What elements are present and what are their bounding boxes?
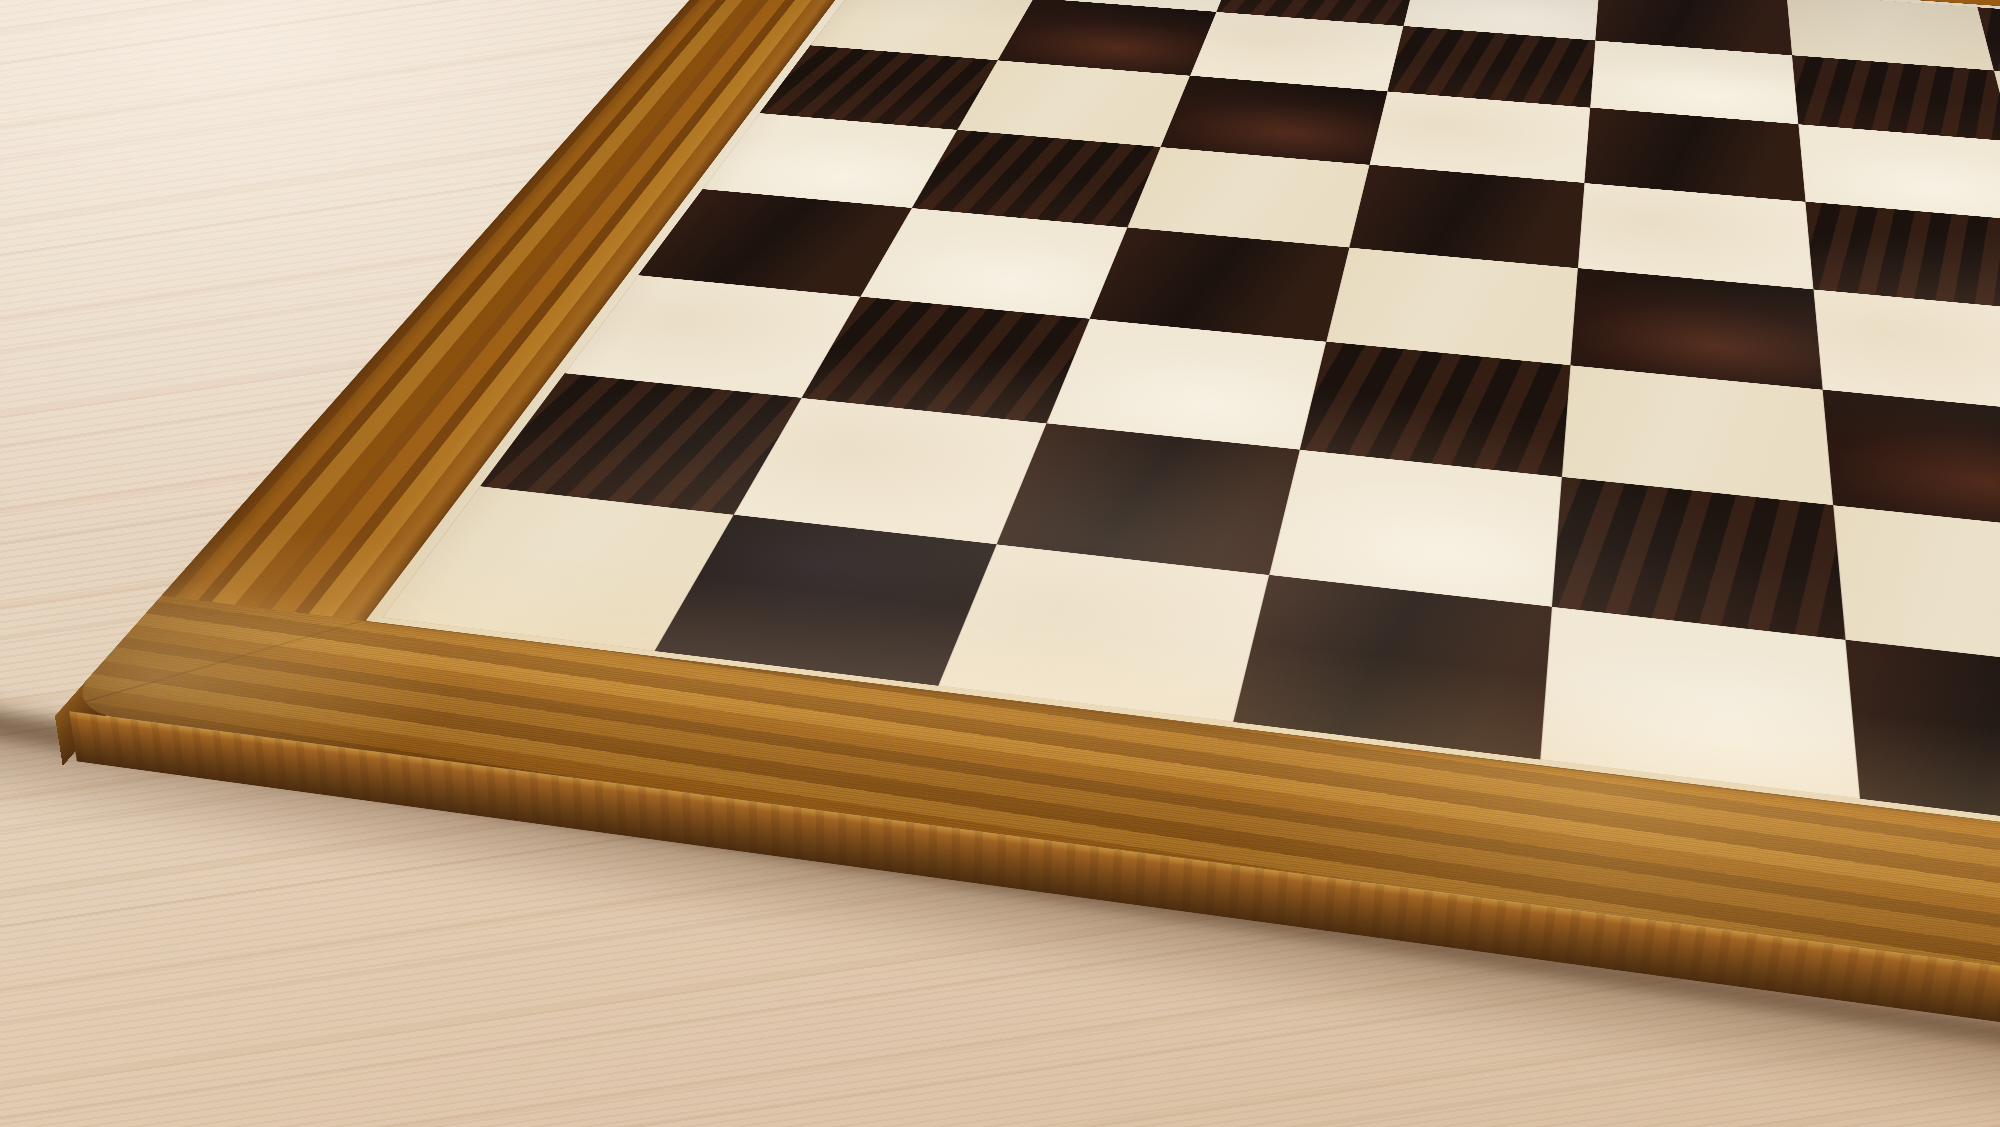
chessboard — [60, 0, 2000, 1127]
board-square — [1846, 640, 2000, 840]
board-square — [1540, 607, 1860, 799]
scene — [0, 0, 2000, 1127]
board-square — [1233, 575, 1552, 760]
board-square — [938, 544, 1269, 722]
